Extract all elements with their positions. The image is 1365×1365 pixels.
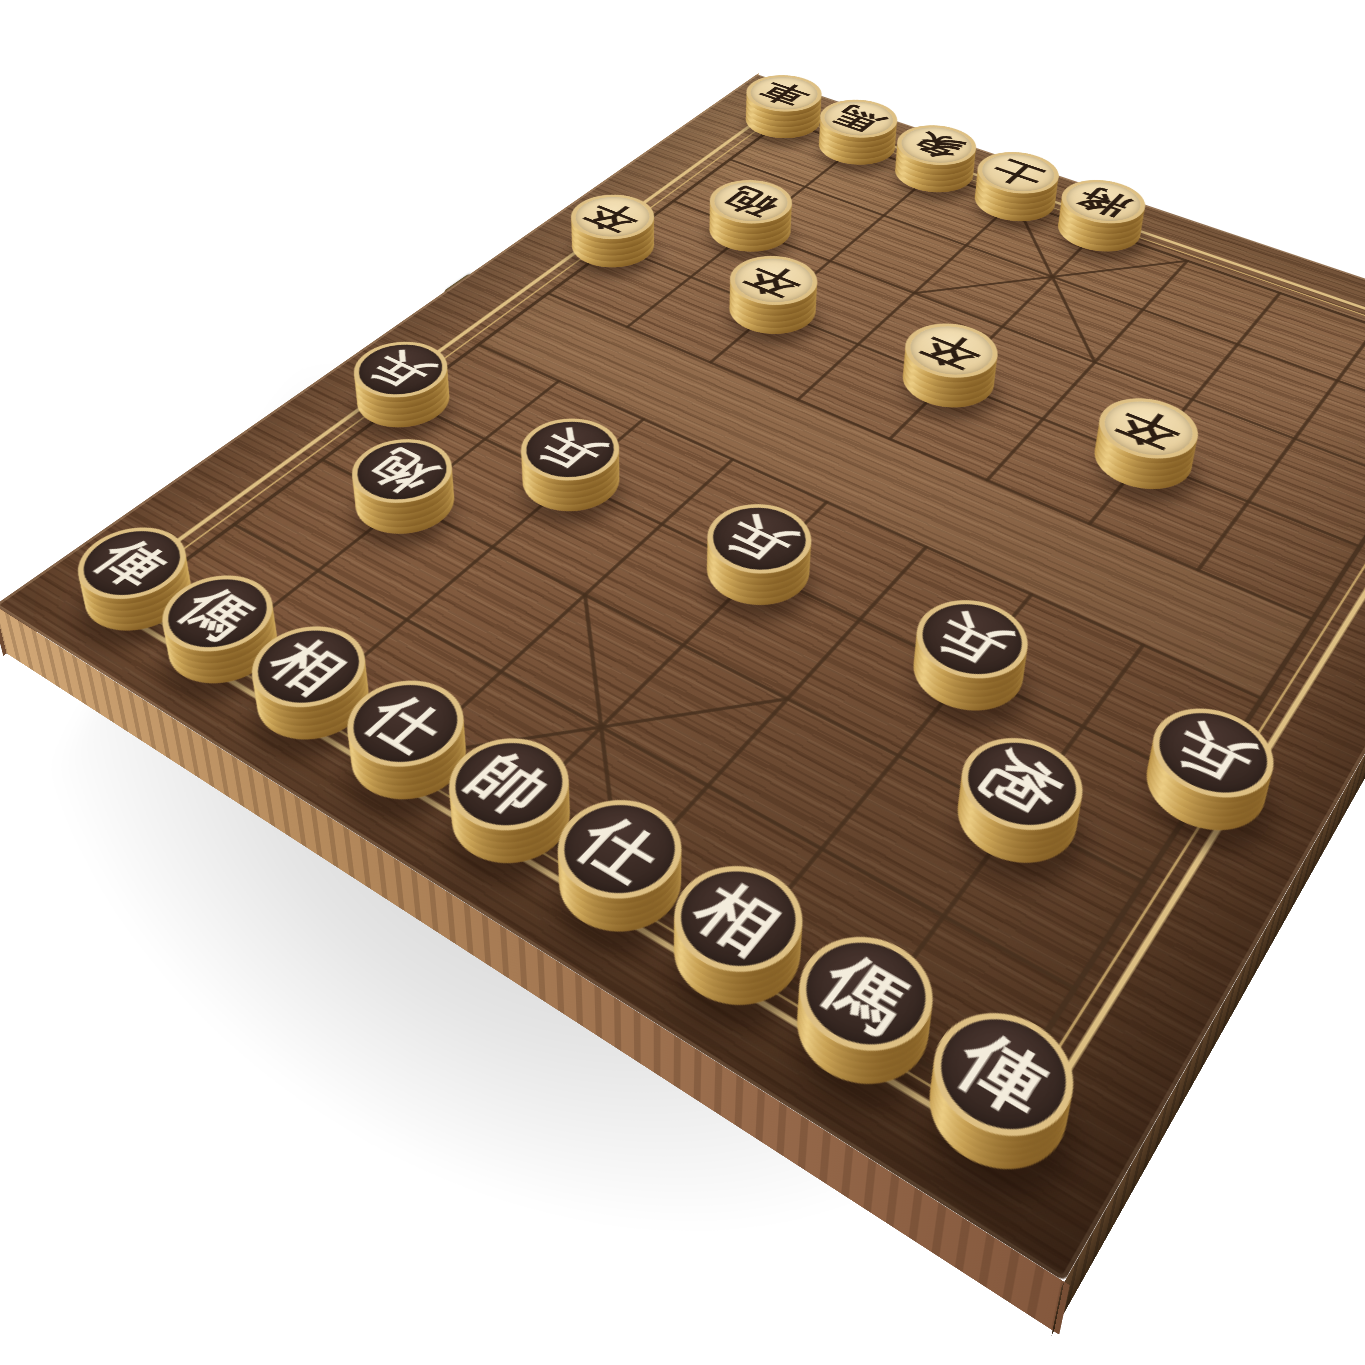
piece-character: 俥 bbox=[946, 1022, 1060, 1126]
piece-character: 仕 bbox=[567, 807, 672, 890]
piece-character: 相 bbox=[684, 874, 792, 964]
piece-character: 傌 bbox=[810, 945, 921, 1041]
piece-character: 俥 bbox=[86, 533, 178, 593]
piece-character: 仕 bbox=[356, 687, 455, 760]
xiangqi-board: 俥傌相仕帥仕相傌俥炮炮兵兵兵兵兵卒卒卒卒砲車馬象士將 bbox=[0, 74, 1365, 1281]
piece-character: 兵 bbox=[926, 606, 1017, 672]
piece-character: 兵 bbox=[528, 423, 611, 475]
photo-background: 俥傌相仕帥仕相傌俥炮炮兵兵兵兵兵卒卒卒卒砲車馬象士將 bbox=[0, 0, 1365, 1365]
perspective-scene: 俥傌相仕帥仕相傌俥炮炮兵兵兵兵兵卒卒卒卒砲車馬象士將 bbox=[0, 0, 1365, 1365]
piece-character: 相 bbox=[260, 632, 357, 700]
piece-character: 帥 bbox=[458, 745, 560, 823]
piece-character: 兵 bbox=[1165, 715, 1261, 790]
piece-character: 炮 bbox=[359, 444, 444, 498]
piece-character: 炮 bbox=[972, 745, 1071, 823]
piece-character: 傌 bbox=[170, 581, 264, 645]
piece-character: 兵 bbox=[716, 509, 803, 568]
piece-character: 卒 bbox=[1109, 403, 1188, 454]
